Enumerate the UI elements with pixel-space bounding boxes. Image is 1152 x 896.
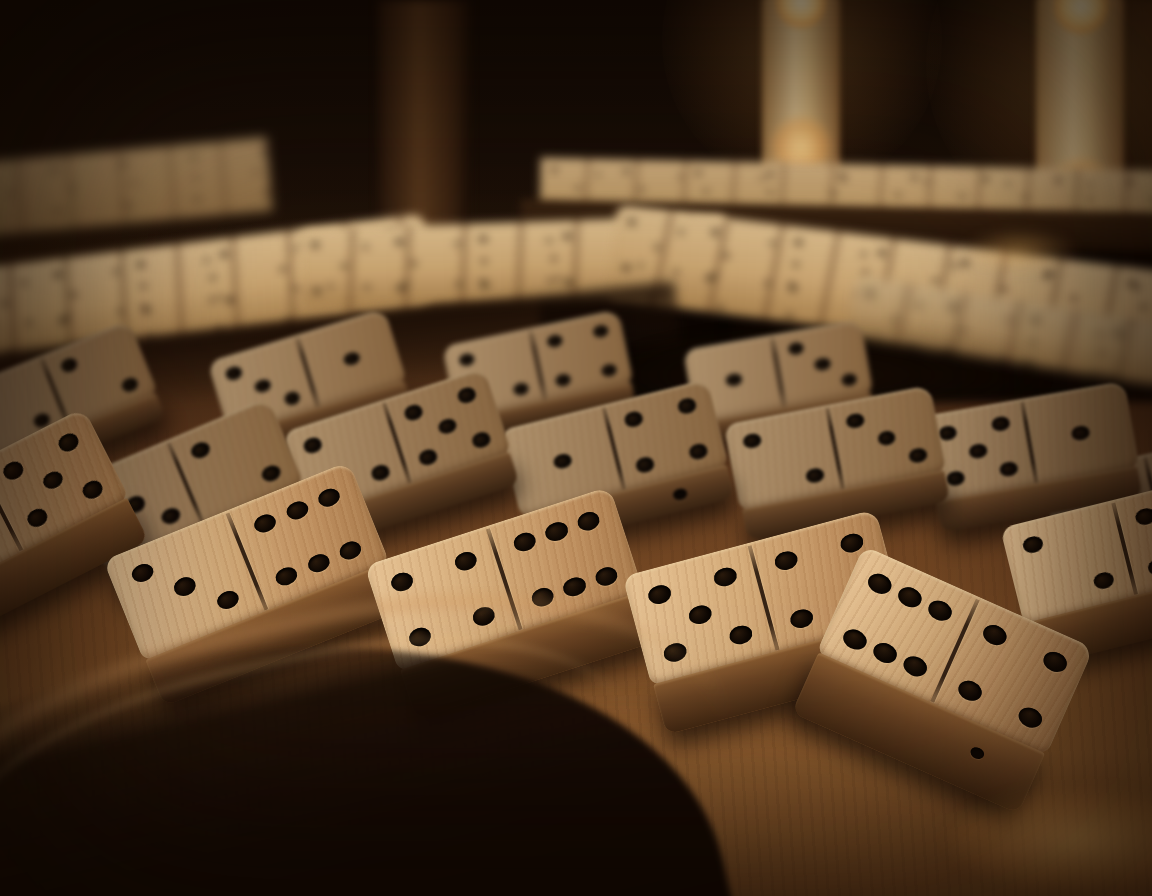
pip <box>968 443 988 460</box>
pip <box>742 432 762 449</box>
pip <box>840 626 869 653</box>
candlelit-dominoes-photo <box>0 0 1152 896</box>
pip <box>512 382 529 397</box>
pip <box>552 452 573 470</box>
pip <box>1092 570 1115 590</box>
pip <box>40 468 66 492</box>
pip <box>302 436 324 455</box>
pip <box>788 342 805 357</box>
pip <box>623 410 644 428</box>
pip <box>895 584 924 611</box>
pip <box>128 561 155 586</box>
pip <box>688 442 709 460</box>
pip <box>342 351 361 367</box>
pip <box>120 376 140 394</box>
pip <box>470 431 492 450</box>
end-pip <box>968 746 985 762</box>
pip <box>981 622 1010 649</box>
pip <box>56 431 82 455</box>
pip <box>283 498 310 523</box>
pip <box>1071 425 1091 442</box>
pip <box>315 485 342 510</box>
pip <box>59 356 79 374</box>
pip <box>593 565 620 589</box>
pip <box>773 549 800 573</box>
pip <box>554 373 571 388</box>
pip <box>991 416 1011 433</box>
pip <box>511 530 538 554</box>
pip <box>900 653 929 680</box>
pip <box>999 461 1019 478</box>
pip <box>727 623 754 647</box>
pip <box>543 520 570 544</box>
pip <box>253 378 272 394</box>
pip <box>877 430 897 447</box>
pip <box>260 463 283 484</box>
pip <box>1146 557 1152 577</box>
pip <box>712 566 739 590</box>
pip <box>561 575 588 599</box>
pip <box>369 463 391 482</box>
pip <box>870 640 899 667</box>
pip <box>437 417 459 436</box>
pip <box>575 509 602 533</box>
pip <box>160 505 183 526</box>
pip <box>865 570 894 597</box>
pip <box>1040 648 1069 675</box>
pip <box>687 603 714 627</box>
pip <box>814 357 831 372</box>
pip <box>458 353 475 368</box>
pip <box>592 324 609 339</box>
pip <box>214 588 241 613</box>
pip <box>1015 704 1044 731</box>
pip <box>24 506 50 530</box>
domino-divider <box>825 408 845 489</box>
pip <box>805 467 825 484</box>
pip <box>841 372 858 387</box>
pip <box>403 403 425 422</box>
pip <box>908 447 928 464</box>
pip <box>646 583 673 607</box>
pip <box>282 390 301 406</box>
domino-divider <box>1020 402 1038 483</box>
pip <box>546 334 563 349</box>
pip <box>725 373 742 388</box>
pip <box>452 549 479 573</box>
domino-divider <box>529 331 547 400</box>
pip <box>273 564 300 589</box>
domino-divider <box>602 407 626 489</box>
pip <box>189 440 212 461</box>
pip <box>956 678 985 705</box>
pip <box>80 478 106 502</box>
domino-divider <box>1111 503 1138 595</box>
pip <box>938 425 958 442</box>
pip <box>1021 535 1044 555</box>
pip <box>0 459 26 483</box>
pip <box>600 363 617 378</box>
pip <box>677 397 698 415</box>
pip <box>251 511 278 536</box>
end-pip <box>672 487 688 501</box>
pip <box>337 538 364 563</box>
pip <box>634 456 655 474</box>
pip <box>1134 507 1152 527</box>
pip <box>224 365 243 381</box>
pip <box>389 570 416 594</box>
pip <box>418 448 440 467</box>
domino-divider <box>770 337 786 407</box>
pip <box>925 597 954 624</box>
pip <box>788 607 815 631</box>
pip <box>846 412 866 429</box>
pip <box>305 551 332 576</box>
pip <box>171 574 198 599</box>
pip <box>456 386 478 405</box>
